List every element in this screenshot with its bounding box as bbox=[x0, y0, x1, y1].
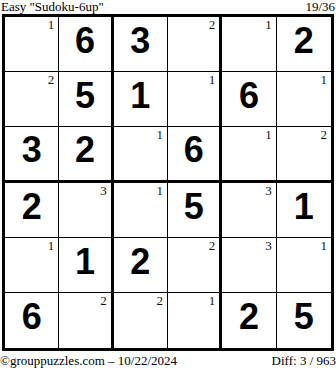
cell-r3c2: 2 bbox=[59, 127, 113, 182]
pencil-mark: 1 bbox=[320, 239, 327, 252]
given-digit: 2 bbox=[130, 244, 150, 280]
cell-r5c4[interactable]: 2 bbox=[168, 238, 222, 293]
pencil-mark: 2 bbox=[209, 239, 216, 252]
sudoku-board: 163212251161321612231531112231622125 bbox=[2, 14, 334, 351]
pencil-mark: 1 bbox=[209, 73, 216, 86]
cell-r4c3[interactable]: 1 bbox=[114, 183, 168, 238]
cell-r1c5[interactable]: 1 bbox=[222, 17, 276, 72]
cell-r5c6[interactable]: 1 bbox=[277, 238, 331, 293]
given-digit: 2 bbox=[239, 299, 259, 335]
cell-r2c1[interactable]: 2 bbox=[5, 72, 59, 127]
pencil-mark: 1 bbox=[320, 73, 327, 86]
cell-r1c1[interactable]: 1 bbox=[5, 17, 59, 72]
page-title: Easy "Sudoku-6up" bbox=[1, 0, 104, 13]
cell-r5c3: 2 bbox=[114, 238, 168, 293]
pencil-mark: 3 bbox=[265, 184, 272, 197]
difficulty-text: Diff: 3 / 963 bbox=[272, 354, 336, 368]
cell-r6c2[interactable]: 2 bbox=[59, 293, 113, 348]
cell-r4c6: 1 bbox=[277, 183, 331, 238]
pencil-mark: 1 bbox=[156, 128, 163, 141]
progress-counter: 19/36 bbox=[305, 0, 335, 13]
cell-r6c1: 6 bbox=[5, 293, 59, 348]
cell-r3c1: 3 bbox=[5, 127, 59, 182]
given-digit: 6 bbox=[184, 132, 204, 168]
given-digit: 1 bbox=[130, 78, 150, 114]
cell-r3c3[interactable]: 1 bbox=[114, 127, 168, 182]
cell-r6c6: 5 bbox=[277, 293, 331, 348]
given-digit: 5 bbox=[75, 78, 95, 114]
cell-r2c3: 1 bbox=[114, 72, 168, 127]
given-digit: 5 bbox=[294, 299, 314, 335]
cell-r4c4: 5 bbox=[168, 183, 222, 238]
cell-r6c4[interactable]: 1 bbox=[168, 293, 222, 348]
pencil-mark: 3 bbox=[100, 184, 107, 197]
pencil-mark: 3 bbox=[265, 239, 272, 252]
given-digit: 1 bbox=[75, 244, 95, 280]
header: Easy "Sudoku-6up" 19/36 bbox=[1, 0, 335, 14]
cell-r2c6[interactable]: 1 bbox=[277, 72, 331, 127]
pencil-mark: 1 bbox=[209, 294, 216, 307]
cell-r6c3[interactable]: 2 bbox=[114, 293, 168, 348]
cell-r3c6[interactable]: 2 bbox=[277, 127, 331, 182]
cell-r1c6: 2 bbox=[277, 17, 331, 72]
given-digit: 3 bbox=[22, 132, 42, 168]
given-digit: 2 bbox=[75, 132, 95, 168]
given-digit: 3 bbox=[130, 23, 150, 59]
pencil-mark: 2 bbox=[209, 18, 216, 31]
given-digit: 2 bbox=[22, 189, 42, 225]
pencil-mark: 2 bbox=[156, 294, 163, 307]
cell-r2c5: 6 bbox=[222, 72, 276, 127]
pencil-mark: 2 bbox=[100, 294, 107, 307]
given-digit: 6 bbox=[22, 299, 42, 335]
cell-r4c1: 2 bbox=[5, 183, 59, 238]
cell-r5c5[interactable]: 3 bbox=[222, 238, 276, 293]
cell-r2c4[interactable]: 1 bbox=[168, 72, 222, 127]
given-digit: 6 bbox=[75, 23, 95, 59]
pencil-mark: 2 bbox=[320, 128, 327, 141]
cell-r6c5: 2 bbox=[222, 293, 276, 348]
footer: ©grouppuzzles.com – 10/22/2024 Diff: 3 /… bbox=[0, 354, 336, 370]
pencil-mark: 1 bbox=[265, 18, 272, 31]
given-digit: 2 bbox=[294, 23, 314, 59]
pencil-mark: 1 bbox=[156, 184, 163, 197]
given-digit: 6 bbox=[239, 78, 259, 114]
cell-r3c4: 6 bbox=[168, 127, 222, 182]
pencil-mark: 2 bbox=[48, 73, 55, 86]
given-digit: 5 bbox=[184, 189, 204, 225]
cell-r5c2: 1 bbox=[59, 238, 113, 293]
cell-r4c2[interactable]: 3 bbox=[59, 183, 113, 238]
puzzle-page: Easy "Sudoku-6up" 19/36 1632122511613216… bbox=[0, 0, 336, 370]
pencil-mark: 1 bbox=[48, 18, 55, 31]
cell-r4c5[interactable]: 3 bbox=[222, 183, 276, 238]
pencil-mark: 1 bbox=[265, 128, 272, 141]
cell-r5c1[interactable]: 1 bbox=[5, 238, 59, 293]
cell-r1c2: 6 bbox=[59, 17, 113, 72]
given-digit: 1 bbox=[294, 189, 314, 225]
cell-r1c3: 3 bbox=[114, 17, 168, 72]
cell-r1c4[interactable]: 2 bbox=[168, 17, 222, 72]
pencil-mark: 1 bbox=[48, 239, 55, 252]
copyright-text: ©grouppuzzles.com – 10/22/2024 bbox=[0, 354, 177, 368]
cell-r2c2: 5 bbox=[59, 72, 113, 127]
cell-r3c5[interactable]: 1 bbox=[222, 127, 276, 182]
